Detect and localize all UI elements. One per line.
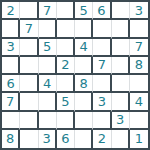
cell-r1c5[interactable]: 5 (75, 2, 93, 20)
cell-r5c6[interactable] (93, 75, 111, 93)
cell-r4c7[interactable] (112, 57, 130, 75)
cell-r8c4[interactable]: 6 (57, 130, 75, 148)
cell-r5c3[interactable]: 4 (39, 75, 57, 93)
bricks-board: 27563735472786487534383621 (0, 0, 150, 150)
cell-r2c4[interactable] (57, 20, 75, 38)
cell-r4c3[interactable] (39, 57, 57, 75)
cell-r3c5[interactable]: 4 (75, 39, 93, 57)
cell-r5c7[interactable] (112, 75, 130, 93)
cell-r1c4[interactable] (57, 2, 75, 20)
cell-r1c2[interactable] (20, 2, 38, 20)
cell-r3c2[interactable] (20, 39, 38, 57)
cell-r7c7[interactable]: 3 (112, 112, 130, 130)
cell-r4c4[interactable]: 2 (57, 57, 75, 75)
cell-r2c5[interactable] (75, 20, 93, 38)
cell-r7c6[interactable] (93, 112, 111, 130)
cell-r8c3[interactable]: 3 (39, 130, 57, 148)
cell-r1c1[interactable]: 2 (2, 2, 20, 20)
cell-r6c6[interactable]: 3 (93, 93, 111, 111)
cell-r3c4[interactable] (57, 39, 75, 57)
cell-r2c2[interactable]: 7 (20, 20, 38, 38)
cell-r2c6[interactable] (93, 20, 111, 38)
cell-r2c3[interactable] (39, 20, 57, 38)
cell-r8c2[interactable] (20, 130, 38, 148)
cell-r7c4[interactable] (57, 112, 75, 130)
cell-r7c1[interactable] (2, 112, 20, 130)
cell-r2c1[interactable] (2, 20, 20, 38)
cell-r3c3[interactable]: 5 (39, 39, 57, 57)
cell-r4c1[interactable] (2, 57, 20, 75)
cell-r5c4[interactable] (57, 75, 75, 93)
cell-r8c7[interactable] (112, 130, 130, 148)
cell-r7c5[interactable] (75, 112, 93, 130)
cell-r4c6[interactable]: 7 (93, 57, 111, 75)
cell-r8c8[interactable]: 1 (130, 130, 148, 148)
cell-r3c6[interactable] (93, 39, 111, 57)
cell-r5c8[interactable] (130, 75, 148, 93)
cell-r6c2[interactable] (20, 93, 38, 111)
cell-r4c2[interactable] (20, 57, 38, 75)
cell-r6c5[interactable] (75, 93, 93, 111)
cell-r2c7[interactable] (112, 20, 130, 38)
cell-r4c5[interactable] (75, 57, 93, 75)
cell-r6c3[interactable] (39, 93, 57, 111)
cell-r8c6[interactable]: 2 (93, 130, 111, 148)
cell-r3c7[interactable] (112, 39, 130, 57)
cell-r1c7[interactable] (112, 2, 130, 20)
cell-r6c7[interactable] (112, 93, 130, 111)
cell-r1c3[interactable]: 7 (39, 2, 57, 20)
cell-r4c8[interactable]: 8 (130, 57, 148, 75)
cell-r6c4[interactable]: 5 (57, 93, 75, 111)
cell-r3c8[interactable]: 7 (130, 39, 148, 57)
cell-r8c5[interactable] (75, 130, 93, 148)
cell-r1c8[interactable]: 3 (130, 2, 148, 20)
cell-r5c5[interactable]: 8 (75, 75, 93, 93)
cell-r5c1[interactable]: 6 (2, 75, 20, 93)
cell-r6c1[interactable]: 7 (2, 93, 20, 111)
cell-r8c1[interactable]: 8 (2, 130, 20, 148)
cell-r7c2[interactable] (20, 112, 38, 130)
cell-r1c6[interactable]: 6 (93, 2, 111, 20)
cell-r3c1[interactable]: 3 (2, 39, 20, 57)
cell-r7c3[interactable] (39, 112, 57, 130)
cell-r6c8[interactable]: 4 (130, 93, 148, 111)
cell-r2c8[interactable] (130, 20, 148, 38)
cell-r7c8[interactable] (130, 112, 148, 130)
cell-r5c2[interactable] (20, 75, 38, 93)
